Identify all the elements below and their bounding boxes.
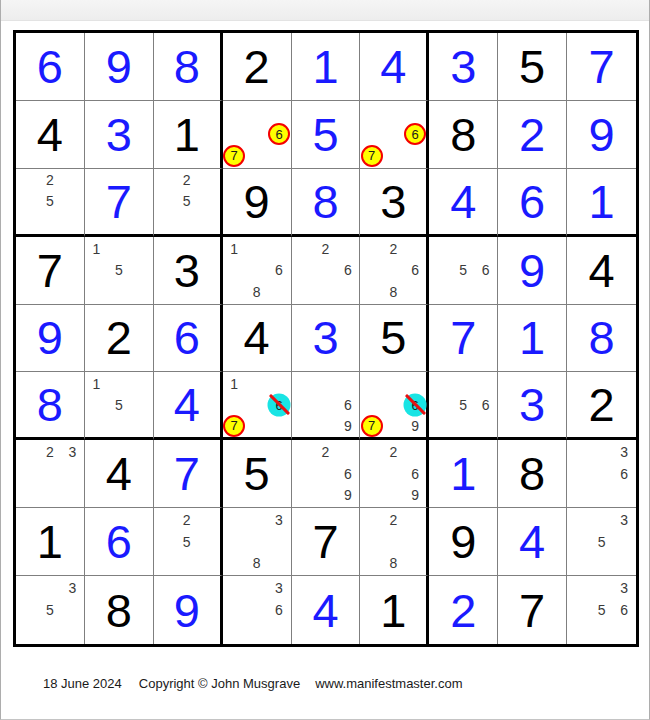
cell-r3c6[interactable]: 3 xyxy=(360,169,429,237)
cell-r9c8[interactable]: 7 xyxy=(498,576,567,644)
website-link[interactable]: www.manifestmaster.com xyxy=(315,676,462,691)
candidate-digit-5: 5 xyxy=(459,398,467,412)
given-digit: 4 xyxy=(567,237,636,304)
cell-r9c6[interactable]: 1 xyxy=(360,576,429,644)
candidate-digit-5: 5 xyxy=(115,398,123,412)
solved-digit: 5 xyxy=(292,101,360,168)
cell-r6c3[interactable]: 4 xyxy=(154,372,223,440)
sudoku-page: 6982143574316756782925725983461715316826… xyxy=(0,0,650,720)
candidate-digit-5: 5 xyxy=(46,603,54,617)
solved-digit: 2 xyxy=(429,576,497,644)
cell-r5c7[interactable]: 7 xyxy=(429,305,498,373)
candidate-digit-6: 6 xyxy=(344,263,352,277)
cell-r5c2[interactable]: 2 xyxy=(85,305,154,373)
solved-digit: 1 xyxy=(498,305,566,372)
cyan-struck-candidate-6[interactable]: 6 xyxy=(404,393,427,416)
cell-r9c3[interactable]: 9 xyxy=(154,576,223,644)
yellow-circled-candidate-6[interactable]: 6 xyxy=(404,123,426,145)
cell-r1c3[interactable]: 8 xyxy=(154,33,223,101)
window-toolbar xyxy=(1,0,649,21)
cell-r8c7[interactable]: 9 xyxy=(429,508,498,576)
solved-digit: 6 xyxy=(16,33,84,100)
cell-r3c2[interactable]: 7 xyxy=(85,169,154,237)
candidate-digit-5: 5 xyxy=(183,194,191,208)
cell-r4c5[interactable]: 26 xyxy=(292,237,361,305)
candidate-digit-2: 2 xyxy=(322,445,330,459)
cell-r2c4[interactable]: 67 xyxy=(223,101,292,169)
cell-r4c8[interactable]: 9 xyxy=(498,237,567,305)
candidate-digit-9: 9 xyxy=(411,488,419,502)
cell-r6c4[interactable]: 167 xyxy=(223,372,292,440)
cell-r8c5[interactable]: 7 xyxy=(292,508,361,576)
candidate-digit-3: 3 xyxy=(620,445,628,459)
candidate-digit-6: 6 xyxy=(482,263,490,277)
candidate-digit-2: 2 xyxy=(389,513,397,527)
candidate-digit-2: 2 xyxy=(46,445,54,459)
solved-digit: 4 xyxy=(154,372,220,437)
copyright-text: Copyright © John Musgrave xyxy=(139,676,300,691)
given-digit: 1 xyxy=(154,101,220,168)
solved-digit: 9 xyxy=(16,305,84,372)
candidate-digit-6: 6 xyxy=(344,398,352,412)
yellow-circled-candidate-7[interactable]: 7 xyxy=(361,145,383,167)
solved-digit: 3 xyxy=(429,33,497,100)
cell-r1c5[interactable]: 1 xyxy=(292,33,361,101)
cell-r5c6[interactable]: 5 xyxy=(360,305,429,373)
solved-digit: 1 xyxy=(567,169,636,234)
candidate-digit-3: 3 xyxy=(275,581,283,595)
candidate-digit-5: 5 xyxy=(459,263,467,277)
cell-r1c8[interactable]: 5 xyxy=(498,33,567,101)
cell-r8c6[interactable]: 28 xyxy=(360,508,429,576)
cell-r3c4[interactable]: 9 xyxy=(223,169,292,237)
cell-r4c3[interactable]: 3 xyxy=(154,237,223,305)
cell-r3c1[interactable]: 25 xyxy=(16,169,85,237)
candidate-digit-3: 3 xyxy=(620,581,628,595)
solved-digit: 2 xyxy=(498,101,566,168)
given-digit: 3 xyxy=(360,169,426,234)
cell-r7c5[interactable]: 269 xyxy=(292,440,361,508)
candidate-digit-2: 2 xyxy=(389,242,397,256)
solved-digit: 9 xyxy=(154,576,220,644)
solved-digit: 4 xyxy=(360,33,426,100)
cell-r5c5[interactable]: 3 xyxy=(292,305,361,373)
given-digit: 7 xyxy=(292,508,360,575)
solved-digit: 7 xyxy=(85,169,153,234)
candidate-digit-3: 3 xyxy=(68,581,76,595)
given-digit: 7 xyxy=(16,237,84,304)
cell-r6c6[interactable]: 679 xyxy=(360,372,429,440)
given-digit: 8 xyxy=(498,440,566,507)
given-digit: 1 xyxy=(360,576,426,644)
cell-r6c5[interactable]: 69 xyxy=(292,372,361,440)
footer-caption: 18 June 2024Copyright © John Musgravewww… xyxy=(43,676,463,691)
cell-r7c1[interactable]: 23 xyxy=(16,440,85,508)
solved-digit: 3 xyxy=(498,372,566,437)
solved-digit: 9 xyxy=(567,101,636,168)
cell-r8c8[interactable]: 4 xyxy=(498,508,567,576)
cell-r4c1[interactable]: 7 xyxy=(16,237,85,305)
candidate-digit-6: 6 xyxy=(411,263,419,277)
candidate-digit-8: 8 xyxy=(253,285,261,299)
candidate-digit-6: 6 xyxy=(411,467,419,481)
given-digit: 1 xyxy=(16,508,84,575)
candidate-digit-2: 2 xyxy=(183,513,191,527)
candidate-digit-1: 1 xyxy=(230,242,238,256)
solved-digit: 8 xyxy=(16,372,84,437)
cell-r3c3[interactable]: 25 xyxy=(154,169,223,237)
given-digit: 8 xyxy=(429,101,497,168)
solved-digit: 1 xyxy=(429,440,497,507)
cell-r5c1[interactable]: 9 xyxy=(16,305,85,373)
cell-r1c7[interactable]: 3 xyxy=(429,33,498,101)
cell-r2c9[interactable]: 9 xyxy=(567,101,636,169)
candidate-digit-1: 1 xyxy=(93,377,101,391)
candidate-digit-3: 3 xyxy=(620,513,628,527)
cell-r7c2[interactable]: 4 xyxy=(85,440,154,508)
cell-r2c6[interactable]: 67 xyxy=(360,101,429,169)
cell-r9c9[interactable]: 356 xyxy=(567,576,636,644)
candidate-digit-6: 6 xyxy=(275,263,283,277)
candidate-digit-8: 8 xyxy=(253,556,261,570)
given-digit: 4 xyxy=(85,440,153,507)
cell-r7c4[interactable]: 5 xyxy=(223,440,292,508)
candidate-digit-3: 3 xyxy=(68,445,76,459)
candidate-digit-8: 8 xyxy=(389,556,397,570)
cell-r4c9[interactable]: 4 xyxy=(567,237,636,305)
candidate-digit-1: 1 xyxy=(230,377,238,391)
cell-r6c1[interactable]: 8 xyxy=(16,372,85,440)
candidate-digit-2: 2 xyxy=(322,242,330,256)
candidate-digit-5: 5 xyxy=(598,535,606,549)
candidate-digit-6: 6 xyxy=(620,603,628,617)
cell-r4c6[interactable]: 268 xyxy=(360,237,429,305)
candidate-digit-6: 6 xyxy=(275,603,283,617)
candidate-digit-8: 8 xyxy=(389,285,397,299)
given-digit: 2 xyxy=(85,305,153,372)
candidate-digit-2: 2 xyxy=(46,173,54,187)
solved-digit: 6 xyxy=(498,169,566,234)
cell-r9c4[interactable]: 36 xyxy=(223,576,292,644)
cell-r6c2[interactable]: 15 xyxy=(85,372,154,440)
candidate-digit-2: 2 xyxy=(183,173,191,187)
cell-r6c9[interactable]: 2 xyxy=(567,372,636,440)
solved-digit: 7 xyxy=(567,33,636,100)
cell-r7c9[interactable]: 36 xyxy=(567,440,636,508)
candidate-digit-6: 6 xyxy=(620,467,628,481)
solved-digit: 4 xyxy=(292,576,360,644)
cell-r7c3[interactable]: 7 xyxy=(154,440,223,508)
cell-r4c4[interactable]: 168 xyxy=(223,237,292,305)
candidate-digit-5: 5 xyxy=(46,194,54,208)
given-digit: 5 xyxy=(223,440,291,507)
cell-r2c5[interactable]: 5 xyxy=(292,101,361,169)
candidate-digit-9: 9 xyxy=(411,419,419,433)
solved-digit: 4 xyxy=(498,508,566,575)
cell-r6c7[interactable]: 56 xyxy=(429,372,498,440)
given-digit: 5 xyxy=(360,305,426,372)
cell-r9c2[interactable]: 8 xyxy=(85,576,154,644)
given-digit: 5 xyxy=(498,33,566,100)
cell-r9c1[interactable]: 35 xyxy=(16,576,85,644)
given-digit: 7 xyxy=(498,576,566,644)
cell-r5c3[interactable]: 6 xyxy=(154,305,223,373)
cell-r2c8[interactable]: 2 xyxy=(498,101,567,169)
cell-r3c9[interactable]: 1 xyxy=(567,169,636,237)
sudoku-board: 6982143574316756782925725983461715316826… xyxy=(13,30,639,647)
cell-r5c4[interactable]: 4 xyxy=(223,305,292,373)
puzzle-date: 18 June 2024 xyxy=(43,676,122,691)
yellow-circled-candidate-7[interactable]: 7 xyxy=(223,415,245,437)
yellow-circled-candidate-7[interactable]: 7 xyxy=(223,145,245,167)
solved-digit: 6 xyxy=(85,508,153,575)
solved-digit: 9 xyxy=(85,33,153,100)
yellow-circled-candidate-6[interactable]: 6 xyxy=(268,123,290,145)
given-digit: 9 xyxy=(223,169,291,234)
cell-r8c4[interactable]: 38 xyxy=(223,508,292,576)
cell-r3c5[interactable]: 8 xyxy=(292,169,361,237)
cell-r4c7[interactable]: 56 xyxy=(429,237,498,305)
cell-r2c3[interactable]: 1 xyxy=(154,101,223,169)
candidate-digit-9: 9 xyxy=(344,419,352,433)
cell-r1c6[interactable]: 4 xyxy=(360,33,429,101)
cell-r1c1[interactable]: 6 xyxy=(16,33,85,101)
cell-r8c2[interactable]: 6 xyxy=(85,508,154,576)
cell-r1c2[interactable]: 9 xyxy=(85,33,154,101)
cell-r7c7[interactable]: 1 xyxy=(429,440,498,508)
solved-digit: 7 xyxy=(429,305,497,372)
cell-r5c9[interactable]: 8 xyxy=(567,305,636,373)
cell-r5c8[interactable]: 1 xyxy=(498,305,567,373)
solved-digit: 3 xyxy=(85,101,153,168)
candidate-digit-3: 3 xyxy=(275,513,283,527)
cell-r7c6[interactable]: 269 xyxy=(360,440,429,508)
cell-r4c2[interactable]: 15 xyxy=(85,237,154,305)
solved-digit: 3 xyxy=(292,305,360,372)
given-digit: 2 xyxy=(223,33,291,100)
solved-digit: 8 xyxy=(567,305,636,372)
cell-r7c8[interactable]: 8 xyxy=(498,440,567,508)
given-digit: 8 xyxy=(85,576,153,644)
candidate-digit-6: 6 xyxy=(344,467,352,481)
cell-r8c1[interactable]: 1 xyxy=(16,508,85,576)
cell-r1c9[interactable]: 7 xyxy=(567,33,636,101)
cell-r8c3[interactable]: 25 xyxy=(154,508,223,576)
given-digit: 4 xyxy=(223,305,291,372)
solved-digit: 4 xyxy=(429,169,497,234)
solved-digit: 8 xyxy=(154,33,220,100)
given-digit: 2 xyxy=(567,372,636,437)
cell-r2c1[interactable]: 4 xyxy=(16,101,85,169)
given-digit: 3 xyxy=(154,237,220,304)
candidate-digit-2: 2 xyxy=(389,445,397,459)
candidate-digit-9: 9 xyxy=(344,488,352,502)
cell-r8c9[interactable]: 35 xyxy=(567,508,636,576)
cell-r1c4[interactable]: 2 xyxy=(223,33,292,101)
cell-r3c7[interactable]: 4 xyxy=(429,169,498,237)
candidate-digit-5: 5 xyxy=(183,535,191,549)
candidate-digit-6: 6 xyxy=(482,398,490,412)
cyan-struck-candidate-6[interactable]: 6 xyxy=(268,393,291,416)
cell-r9c7[interactable]: 2 xyxy=(429,576,498,644)
candidate-digit-1: 1 xyxy=(93,242,101,256)
given-digit: 9 xyxy=(429,508,497,575)
candidate-digit-5: 5 xyxy=(598,603,606,617)
cell-r6c8[interactable]: 3 xyxy=(498,372,567,440)
cell-r2c2[interactable]: 3 xyxy=(85,101,154,169)
cell-r3c8[interactable]: 6 xyxy=(498,169,567,237)
solved-digit: 1 xyxy=(292,33,360,100)
solved-digit: 6 xyxy=(154,305,220,372)
yellow-circled-candidate-7[interactable]: 7 xyxy=(361,415,383,437)
solved-digit: 8 xyxy=(292,169,360,234)
cell-r2c7[interactable]: 8 xyxy=(429,101,498,169)
solved-digit: 9 xyxy=(498,237,566,304)
given-digit: 4 xyxy=(16,101,84,168)
solved-digit: 7 xyxy=(154,440,220,507)
cell-r9c5[interactable]: 4 xyxy=(292,576,361,644)
candidate-digit-5: 5 xyxy=(115,263,123,277)
